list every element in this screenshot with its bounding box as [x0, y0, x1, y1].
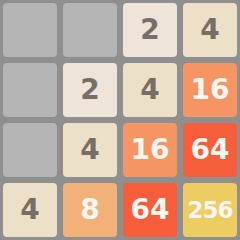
tile-64-r3c4: 64: [183, 123, 237, 177]
tile-16-r2c4: 16: [183, 63, 237, 117]
tile-4-r2c3: 4: [123, 63, 177, 117]
tile-4-r1c4: 4: [183, 3, 237, 57]
tile-256-r4c4: 256: [183, 183, 237, 237]
empty-cell-r2c1: [3, 63, 57, 117]
2048-board[interactable]: 242416416644864256: [0, 0, 240, 240]
empty-cell-r1c2: [63, 3, 117, 57]
empty-cell-r3c1: [3, 123, 57, 177]
tile-16-r3c3: 16: [123, 123, 177, 177]
tile-8-r4c2: 8: [63, 183, 117, 237]
empty-cell-r1c1: [3, 3, 57, 57]
tile-4-r3c2: 4: [63, 123, 117, 177]
tile-64-r4c3: 64: [123, 183, 177, 237]
tile-4-r4c1: 4: [3, 183, 57, 237]
tile-2-r1c3: 2: [123, 3, 177, 57]
tile-2-r2c2: 2: [63, 63, 117, 117]
